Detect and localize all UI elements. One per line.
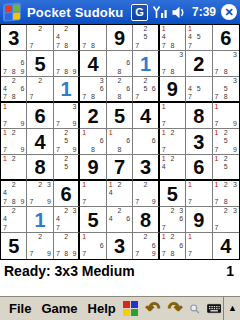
pencil-mark-7: 7 (213, 120, 222, 128)
pencil-mark-8: 8 (9, 93, 17, 101)
pencil-mark-2: 2 (62, 155, 70, 163)
pencil-marks: 3678 (80, 77, 105, 101)
pencil-mark-6: 6 (18, 85, 26, 93)
cell-r7c4[interactable]: 17 (80, 181, 106, 207)
given-digit: 6 (193, 157, 204, 177)
entered-digit: 1 (61, 79, 72, 99)
pencil-marks: 68 (107, 51, 132, 76)
pencil-mark-8: 8 (89, 93, 97, 101)
given-digit: 6 (35, 106, 46, 126)
pencil-mark-2: 2 (36, 233, 44, 242)
given-digit: 3 (8, 28, 19, 48)
pencil-mark-7: 7 (213, 146, 222, 154)
panel-up-icon: ▲ (228, 304, 237, 313)
pencil-mark-1: 1 (160, 103, 168, 111)
pencil-mark-6: 6 (124, 59, 132, 67)
given-digit: 9 (114, 28, 125, 48)
pencil-marks: 179 (213, 103, 239, 128)
pencil-marks: 3578 (213, 77, 239, 101)
cell-r2c1[interactable]: 6789 (1, 51, 27, 77)
pencil-mark-6: 6 (150, 242, 158, 251)
pencil-mark-1: 1 (160, 25, 168, 33)
pencil-mark-9: 9 (18, 68, 26, 76)
pencil-mark-2: 2 (36, 77, 44, 85)
cell-r1c8[interactable]: 1457 (186, 25, 212, 51)
pencil-mark-1: 1 (160, 155, 168, 163)
cell-r9c6[interactable]: 2679 (133, 233, 159, 259)
pencil-mark-8: 8 (168, 42, 176, 50)
pencil-mark-3: 3 (230, 51, 239, 59)
pencil-mark-2: 2 (141, 181, 149, 189)
pencil-mark-7: 7 (27, 93, 35, 101)
pencil-marks: 1279 (1, 129, 26, 154)
cell-r2c4[interactable]: 4 (80, 51, 106, 77)
given-digit: 5 (87, 210, 98, 230)
pencil-mark-7: 7 (160, 250, 168, 259)
pencil-mark-7: 7 (133, 250, 141, 259)
cell-r2c7[interactable]: 378 (160, 51, 186, 77)
cell-r7c3[interactable]: 6 (54, 181, 80, 207)
pencil-mark-6: 6 (150, 137, 158, 145)
pencil-mark-7: 7 (1, 224, 9, 232)
clock: 7:39 (192, 5, 216, 19)
cell-r1c4[interactable]: 78 (80, 25, 106, 51)
pencil-mark-7: 7 (186, 93, 194, 101)
pencil-mark-5: 5 (195, 33, 203, 41)
cell-r9c8[interactable]: 17 (186, 233, 212, 259)
cell-r9c4[interactable]: 167 (80, 233, 106, 259)
cell-r3c6[interactable]: 2567 (133, 77, 159, 103)
pencil-mark-7: 7 (54, 120, 62, 128)
pencil-mark-5: 5 (141, 33, 149, 41)
pencil-mark-8: 8 (9, 198, 17, 206)
cell-r6c3[interactable]: 25 (54, 155, 80, 181)
cell-r9c9[interactable]: 4 (213, 233, 239, 259)
menu-bar: File Game Help ↶ ↷ ▲ (0, 296, 240, 320)
pencil-mark-7: 7 (213, 198, 222, 206)
speaker-icon[interactable] (172, 6, 186, 19)
cell-r9c1[interactable]: 5 (1, 233, 27, 259)
given-digit: 3 (193, 132, 204, 152)
given-digit: 4 (35, 132, 46, 152)
cell-r8c1[interactable]: 247 (1, 207, 27, 233)
pencil-marks: 1457 (186, 25, 211, 50)
cell-r9c2[interactable]: 279 (27, 233, 53, 259)
cell-r2c8[interactable]: 2 (186, 51, 212, 77)
pencil-mark-7: 7 (27, 198, 35, 206)
pencil-mark-1: 1 (1, 103, 9, 111)
pencil-mark-5: 5 (221, 85, 230, 93)
pencil-mark-2: 2 (221, 155, 230, 163)
cell-r3c9[interactable]: 3578 (213, 77, 239, 103)
title-bar: Pocket Sudoku G 7:39 ✕ (0, 0, 240, 24)
pencil-mark-1: 1 (107, 181, 115, 189)
pencil-mark-2: 2 (9, 155, 17, 163)
pencil-mark-2: 2 (115, 181, 123, 189)
pencil-mark-2: 2 (221, 207, 230, 215)
pencil-mark-4: 4 (54, 33, 62, 41)
pencil-mark-7: 7 (1, 146, 9, 154)
pencil-marks: 27 (27, 77, 52, 101)
pencil-mark-6: 6 (177, 215, 185, 223)
cell-r9c3[interactable]: 2789 (54, 233, 80, 259)
cell-r5c1[interactable]: 1279 (1, 129, 27, 155)
pencil-mark-3: 3 (70, 207, 78, 215)
pencil-mark-8: 8 (62, 68, 70, 76)
pencil-mark-9: 9 (44, 250, 52, 259)
pencil-mark-3: 3 (230, 77, 239, 85)
pencil-mark-1: 1 (1, 129, 9, 137)
pencil-mark-7: 7 (1, 120, 9, 128)
pencil-mark-1: 1 (213, 129, 222, 137)
cell-r8c5[interactable]: 246 (107, 207, 133, 233)
pencil-mark-9: 9 (44, 198, 52, 206)
cell-r1c9[interactable]: 6 (213, 25, 239, 51)
cell-r1c3[interactable]: 2478 (54, 25, 80, 51)
given-digit: 5 (35, 54, 46, 74)
pencil-mark-7: 7 (27, 250, 35, 259)
cell-r4c5[interactable]: 5 (107, 103, 133, 129)
cell-r3c3[interactable]: 1 (54, 77, 80, 103)
pencil-marks: 2478 (54, 25, 78, 50)
pencil-mark-7: 7 (213, 93, 222, 101)
status-bar: Ready: 3x3 Medium 1 (0, 260, 240, 296)
status-text: Ready: 3x3 Medium (4, 263, 135, 296)
cell-r6c6[interactable]: 3 (133, 155, 159, 181)
cell-r3c2[interactable]: 27 (27, 77, 53, 103)
cell-r2c6[interactable]: 1 (133, 51, 159, 77)
cell-r1c6[interactable]: 257 (133, 25, 159, 51)
given-digit: 2 (193, 54, 204, 74)
cell-r3c5[interactable]: 268 (107, 77, 133, 103)
pencil-mark-2: 2 (221, 181, 230, 189)
entered-digit: 1 (140, 54, 151, 74)
cell-r7c1[interactable]: 24789 (1, 181, 27, 207)
pencil-mark-2: 2 (115, 77, 123, 85)
cell-r5c2[interactable]: 4 (27, 129, 53, 155)
pencil-marks: 457 (186, 77, 211, 101)
entered-digit: 1 (35, 210, 46, 230)
cell-r7c9[interactable]: 12378 (213, 181, 239, 207)
given-digit: 2 (87, 106, 98, 126)
pencil-mark-2: 2 (36, 181, 44, 189)
cell-r1c1[interactable]: 3 (1, 25, 27, 51)
cell-r5c8[interactable]: 3 (186, 129, 212, 155)
pencil-mark-7: 7 (80, 42, 88, 50)
pencil-mark-7: 7 (80, 198, 88, 206)
pencil-mark-6: 6 (177, 242, 185, 251)
pencil-mark-1: 1 (213, 155, 222, 163)
cell-r6c4[interactable]: 9 (80, 155, 106, 181)
cell-r7c5[interactable]: 124 (107, 181, 133, 207)
given-digit: 5 (167, 184, 178, 204)
pencil-marks: 237 (213, 207, 239, 232)
cell-r6c5[interactable]: 7 (107, 155, 133, 181)
given-digit: 3 (140, 157, 151, 177)
pencil-mark-2: 2 (168, 233, 176, 242)
cell-r4c7[interactable]: 17 (160, 103, 186, 129)
pencil-mark-7: 7 (27, 42, 35, 50)
given-digit: 3 (114, 236, 125, 256)
undo-icon[interactable]: ↶ (146, 299, 160, 319)
pencil-mark-2: 2 (221, 129, 230, 137)
cell-r6c9[interactable]: 125 (213, 155, 239, 181)
cell-r7c8[interactable]: 17 (186, 181, 212, 207)
pencil-mark-8: 8 (89, 42, 97, 50)
pencil-mark-3: 3 (44, 181, 52, 189)
cell-r9c7[interactable]: 12678 (160, 233, 186, 259)
given-digit: 8 (193, 106, 204, 126)
pencil-mark-2: 2 (9, 77, 17, 85)
pencil-marks: 78 (80, 25, 105, 50)
close-button[interactable]: ✕ (221, 4, 237, 20)
cell-r8c9[interactable]: 237 (213, 207, 239, 233)
pencil-mark-3: 3 (70, 103, 78, 111)
given-digit: 6 (220, 28, 231, 48)
given-digit: 8 (35, 157, 46, 177)
pencil-marks: 2347 (54, 207, 78, 232)
pencil-mark-2: 2 (168, 155, 176, 163)
cell-r7c7[interactable]: 5 (160, 181, 186, 207)
pencil-marks: 257 (133, 25, 157, 50)
given-digit: 4 (87, 54, 98, 74)
cell-r1c2[interactable]: 27 (27, 25, 53, 51)
pencil-mark-7: 7 (160, 146, 168, 154)
pencil-mark-7: 7 (54, 68, 62, 76)
pencil-mark-2: 2 (62, 233, 70, 242)
pencil-mark-6: 6 (150, 85, 158, 93)
pencil-mark-2: 2 (141, 233, 149, 242)
pencil-marks: 12378 (213, 181, 239, 206)
pencil-marks: 2579 (54, 129, 78, 154)
pencil-marks: 27 (27, 25, 52, 50)
pencil-marks: 12 (1, 155, 26, 179)
cell-r4c4[interactable]: 2 (80, 103, 106, 129)
pencil-mark-7: 7 (80, 93, 88, 101)
gprs-status-badge[interactable]: G (131, 4, 148, 21)
cell-r7c2[interactable]: 2379 (27, 181, 53, 207)
pencil-marks: 125 (213, 155, 239, 179)
pencil-mark-6: 6 (97, 85, 105, 93)
pencil-mark-2: 2 (9, 207, 17, 215)
cell-r4c6[interactable]: 4 (133, 103, 159, 129)
cell-r8c8[interactable]: 9 (186, 207, 212, 233)
given-digit: 4 (220, 236, 231, 256)
pencil-mark-5: 5 (62, 137, 70, 145)
cell-r6c2[interactable]: 8 (27, 155, 53, 181)
pencil-mark-7: 7 (54, 146, 62, 154)
cell-r5c4[interactable]: 168 (80, 129, 106, 155)
pencil-marks: 268 (107, 77, 132, 101)
given-digit: 8 (140, 210, 151, 230)
pencil-mark-9: 9 (70, 120, 78, 128)
cell-r3c1[interactable]: 24678 (1, 77, 27, 103)
pencil-mark-1: 1 (160, 129, 168, 137)
cell-r4c2[interactable]: 6 (27, 103, 53, 129)
pencil-mark-5: 5 (195, 85, 203, 93)
given-digit: 9 (193, 210, 204, 230)
cell-r5c6[interactable]: 6 (133, 129, 159, 155)
cell-r2c9[interactable]: 378 (213, 51, 239, 77)
pencil-mark-7: 7 (186, 198, 194, 206)
cell-r8c7[interactable]: 2367 (160, 207, 186, 233)
pencil-mark-8: 8 (62, 250, 70, 259)
cell-r8c3[interactable]: 2347 (54, 207, 80, 233)
pencil-marks: 1478 (160, 25, 185, 50)
cell-r8c6[interactable]: 8 (133, 207, 159, 233)
pencil-mark-4: 4 (1, 85, 9, 93)
given-digit: 6 (61, 184, 72, 204)
pencil-mark-3: 3 (177, 207, 185, 215)
cell-r1c5[interactable]: 9 (107, 25, 133, 51)
cell-r8c4[interactable]: 5 (80, 207, 106, 233)
pencil-mark-4: 4 (107, 189, 115, 197)
pencil-marks: 2789 (54, 233, 78, 259)
cell-r6c7[interactable]: 124 (160, 155, 186, 181)
pencil-mark-1: 1 (107, 129, 115, 137)
pencil-mark-2: 2 (62, 207, 70, 215)
given-digit: 9 (87, 157, 98, 177)
pencil-mark-1: 1 (186, 233, 194, 242)
pencil-mark-8: 8 (9, 68, 17, 76)
pencil-mark-8: 8 (168, 250, 176, 259)
cell-r5c3[interactable]: 2579 (54, 129, 80, 155)
pencil-mark-9: 9 (18, 120, 26, 128)
pencil-mark-2: 2 (115, 207, 123, 215)
pencil-mark-4: 4 (160, 33, 168, 41)
pencil-mark-7: 7 (160, 120, 168, 128)
sudoku-board: 3272478789257147814576678957894681378237… (0, 24, 240, 260)
pencil-mark-5: 5 (62, 163, 70, 171)
signal-strength-icon[interactable] (153, 6, 168, 19)
pencil-mark-7: 7 (160, 42, 168, 50)
cell-r5c5[interactable]: 168 (107, 129, 133, 155)
pencil-mark-9: 9 (70, 250, 78, 259)
cell-r8c2[interactable]: 1 (27, 207, 53, 233)
cell-r1c7[interactable]: 1478 (160, 25, 186, 51)
pencil-marks: 124 (160, 155, 185, 179)
pencil-marks: 12579 (213, 129, 239, 154)
cell-r6c8[interactable]: 6 (186, 155, 212, 181)
pencil-marks: 168 (107, 129, 132, 154)
given-digit: 5 (114, 106, 125, 126)
pencil-marks: 167 (80, 233, 105, 259)
pencil-mark-7: 7 (160, 68, 168, 76)
cell-r3c4[interactable]: 3678 (80, 77, 106, 103)
pencil-mark-6: 6 (97, 137, 105, 145)
pencil-marks: 378 (213, 51, 239, 76)
start-menu-icon[interactable] (3, 2, 21, 21)
pencil-mark-9: 9 (150, 198, 158, 206)
pencil-mark-3: 3 (230, 207, 239, 215)
pencil-mark-6: 6 (18, 59, 26, 67)
pencil-mark-2: 2 (62, 25, 70, 33)
pencil-mark-9: 9 (70, 68, 78, 76)
menu-help[interactable]: Help (83, 301, 121, 316)
cell-r4c1[interactable]: 179 (1, 103, 27, 129)
pencil-mark-4: 4 (160, 163, 168, 171)
pencil-mark-1: 1 (186, 181, 194, 189)
pencil-mark-7: 7 (186, 250, 194, 259)
pencil-mark-3: 3 (230, 181, 239, 189)
pencil-marks: 279 (27, 233, 52, 259)
pencil-mark-4: 4 (107, 215, 115, 223)
pencil-marks: 247 (1, 207, 26, 232)
cell-r4c3[interactable]: 379 (54, 103, 80, 129)
pencil-mark-7: 7 (1, 198, 9, 206)
pencil-mark-7: 7 (160, 224, 168, 232)
pencil-marks: 789 (54, 51, 78, 76)
app-title: Pocket Sudoku (27, 5, 124, 20)
pencil-mark-1: 1 (1, 155, 9, 163)
input-panel-toggle[interactable]: ▲ (223, 297, 240, 320)
pencil-mark-2: 2 (168, 129, 176, 137)
pencil-mark-8: 8 (168, 68, 176, 76)
pencil-mark-6: 6 (97, 242, 105, 251)
colors-game-icon[interactable] (123, 301, 138, 316)
given-digit: 5 (8, 236, 19, 256)
pencil-mark-9: 9 (18, 146, 26, 154)
cell-r2c5[interactable]: 68 (107, 51, 133, 77)
cell-r6c1[interactable]: 12 (1, 155, 27, 181)
menu-file[interactable]: File (4, 301, 36, 316)
pencil-mark-1: 1 (213, 181, 222, 189)
pencil-mark-1: 1 (80, 181, 88, 189)
menu-game[interactable]: Game (36, 301, 82, 316)
pencil-marks: 17 (186, 181, 211, 206)
cell-r3c7[interactable]: 9 (160, 77, 186, 103)
pencil-mark-8: 8 (115, 68, 123, 76)
pencil-marks: 6789 (1, 51, 26, 76)
redo-icon[interactable]: ↷ (168, 299, 182, 319)
pencil-mark-2: 2 (141, 77, 149, 85)
pencil-mark-6: 6 (124, 85, 132, 93)
cell-r2c3[interactable]: 789 (54, 51, 80, 77)
keyboard-icon[interactable] (207, 302, 221, 315)
cell-r5c7[interactable]: 127 (160, 129, 186, 155)
cell-r7c6[interactable]: 279 (133, 181, 159, 207)
pencil-marks: 24789 (1, 181, 26, 206)
cell-r4c8[interactable]: 8 (186, 103, 212, 129)
pencil-marks: 2679 (133, 233, 157, 259)
pencil-mark-9: 9 (150, 250, 158, 259)
pencil-mark-2: 2 (9, 129, 17, 137)
pencil-mark-3: 3 (97, 77, 105, 85)
cell-r9c5[interactable]: 3 (107, 233, 133, 259)
pencil-mark-7: 7 (54, 224, 62, 232)
pencil-mark-9: 9 (70, 146, 78, 154)
pencil-mark-7: 7 (133, 93, 141, 101)
cell-r2c2[interactable]: 5 (27, 51, 53, 77)
pencil-mark-6: 6 (124, 215, 132, 223)
magnifier-icon[interactable] (189, 301, 201, 317)
given-digit: 4 (140, 106, 151, 126)
pencil-marks: 279 (133, 181, 157, 206)
pencil-marks: 179 (1, 103, 26, 128)
pencil-mark-2: 2 (141, 25, 149, 33)
pencil-mark-7: 7 (1, 93, 9, 101)
pencil-marks: 246 (107, 207, 132, 232)
given-digit: 7 (114, 157, 125, 177)
pencil-marks: 2567 (133, 77, 157, 101)
pencil-marks: 24678 (1, 77, 26, 101)
pencil-mark-8: 8 (221, 93, 230, 101)
cell-r4c9[interactable]: 179 (213, 103, 239, 129)
cell-r5c9[interactable]: 12579 (213, 129, 239, 155)
cell-r3c8[interactable]: 457 (186, 77, 212, 103)
pencil-mark-7: 7 (80, 250, 88, 259)
pencil-marks: 17 (160, 103, 185, 128)
